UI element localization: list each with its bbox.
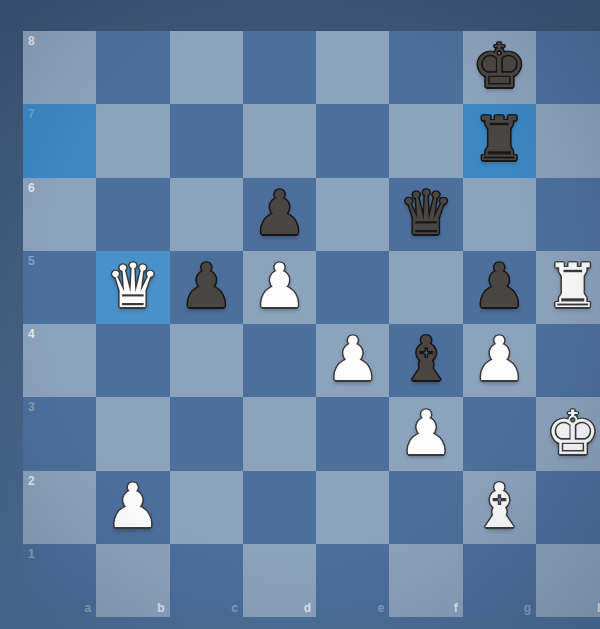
square-h1[interactable]: h [536, 544, 600, 617]
square-e7[interactable] [316, 104, 389, 177]
square-d2[interactable] [243, 471, 316, 544]
square-f8[interactable] [389, 31, 462, 104]
piece-white-pawn[interactable]: ♟ [325, 328, 380, 389]
square-a1[interactable]: 1a [23, 544, 96, 617]
square-f4[interactable]: ♝ [389, 324, 462, 397]
piece-black-bishop[interactable]: ♝ [399, 328, 454, 389]
square-e2[interactable] [316, 471, 389, 544]
square-d5[interactable]: ♟ [243, 251, 316, 324]
square-e4[interactable]: ♟ [316, 324, 389, 397]
square-b8[interactable] [96, 31, 169, 104]
square-a2[interactable]: 2 [23, 471, 96, 544]
piece-white-rook[interactable]: ♜ [545, 255, 600, 316]
square-e5[interactable] [316, 251, 389, 324]
file-label: d [304, 602, 311, 614]
square-h6[interactable] [536, 178, 600, 251]
file-label: a [85, 602, 92, 614]
piece-black-king[interactable]: ♚ [472, 35, 527, 96]
square-h4[interactable] [536, 324, 600, 397]
square-g7[interactable]: ♜ [463, 104, 536, 177]
chess-board: 8♚7♜6♟♛5♛♟♟♟♜4♟♝♟3♟♚2♟♝1abcdefgh [23, 31, 600, 617]
rank-label: 2 [28, 475, 35, 487]
square-b3[interactable] [96, 397, 169, 470]
square-c7[interactable] [170, 104, 243, 177]
square-c4[interactable] [170, 324, 243, 397]
square-c3[interactable] [170, 397, 243, 470]
square-f3[interactable]: ♟ [389, 397, 462, 470]
piece-black-pawn[interactable]: ♟ [179, 255, 234, 316]
piece-white-pawn[interactable]: ♟ [106, 475, 161, 536]
square-d4[interactable] [243, 324, 316, 397]
square-e3[interactable] [316, 397, 389, 470]
square-g6[interactable] [463, 178, 536, 251]
square-d1[interactable]: d [243, 544, 316, 617]
rank-label: 5 [28, 255, 35, 267]
square-a5[interactable]: 5 [23, 251, 96, 324]
square-c8[interactable] [170, 31, 243, 104]
square-c6[interactable] [170, 178, 243, 251]
piece-black-rook[interactable]: ♜ [472, 108, 527, 169]
piece-white-queen[interactable]: ♛ [106, 255, 161, 316]
piece-black-pawn[interactable]: ♟ [252, 182, 307, 243]
square-g4[interactable]: ♟ [463, 324, 536, 397]
piece-white-bishop[interactable]: ♝ [472, 475, 527, 536]
piece-white-pawn[interactable]: ♟ [252, 255, 307, 316]
file-label: f [454, 602, 458, 614]
square-g2[interactable]: ♝ [463, 471, 536, 544]
square-e6[interactable] [316, 178, 389, 251]
file-label: b [157, 602, 164, 614]
square-d8[interactable] [243, 31, 316, 104]
square-h3[interactable]: ♚ [536, 397, 600, 470]
square-a4[interactable]: 4 [23, 324, 96, 397]
square-d3[interactable] [243, 397, 316, 470]
square-b5[interactable]: ♛ [96, 251, 169, 324]
piece-white-pawn[interactable]: ♟ [399, 402, 454, 463]
square-f1[interactable]: f [389, 544, 462, 617]
square-c1[interactable]: c [170, 544, 243, 617]
square-b2[interactable]: ♟ [96, 471, 169, 544]
square-b1[interactable]: b [96, 544, 169, 617]
square-c5[interactable]: ♟ [170, 251, 243, 324]
square-b4[interactable] [96, 324, 169, 397]
piece-black-pawn[interactable]: ♟ [472, 255, 527, 316]
file-label: c [231, 602, 238, 614]
square-d6[interactable]: ♟ [243, 178, 316, 251]
rank-label: 1 [28, 548, 35, 560]
rank-label: 7 [28, 108, 35, 120]
square-h8[interactable] [536, 31, 600, 104]
rank-label: 3 [28, 401, 35, 413]
square-f2[interactable] [389, 471, 462, 544]
square-g3[interactable] [463, 397, 536, 470]
piece-black-queen[interactable]: ♛ [399, 182, 454, 243]
square-h7[interactable] [536, 104, 600, 177]
square-f6[interactable]: ♛ [389, 178, 462, 251]
rank-label: 8 [28, 35, 35, 47]
square-b7[interactable] [96, 104, 169, 177]
rank-label: 6 [28, 182, 35, 194]
square-d7[interactable] [243, 104, 316, 177]
square-e8[interactable] [316, 31, 389, 104]
square-g1[interactable]: g [463, 544, 536, 617]
file-label: e [378, 602, 385, 614]
file-label: g [524, 602, 531, 614]
square-a3[interactable]: 3 [23, 397, 96, 470]
square-f7[interactable] [389, 104, 462, 177]
square-a8[interactable]: 8 [23, 31, 96, 104]
square-a6[interactable]: 6 [23, 178, 96, 251]
square-c2[interactable] [170, 471, 243, 544]
square-g5[interactable]: ♟ [463, 251, 536, 324]
square-b6[interactable] [96, 178, 169, 251]
square-a7[interactable]: 7 [23, 104, 96, 177]
square-f5[interactable] [389, 251, 462, 324]
square-g8[interactable]: ♚ [463, 31, 536, 104]
square-e1[interactable]: e [316, 544, 389, 617]
square-h2[interactable] [536, 471, 600, 544]
piece-white-king[interactable]: ♚ [545, 402, 600, 463]
square-h5[interactable]: ♜ [536, 251, 600, 324]
piece-white-pawn[interactable]: ♟ [472, 328, 527, 389]
rank-label: 4 [28, 328, 35, 340]
